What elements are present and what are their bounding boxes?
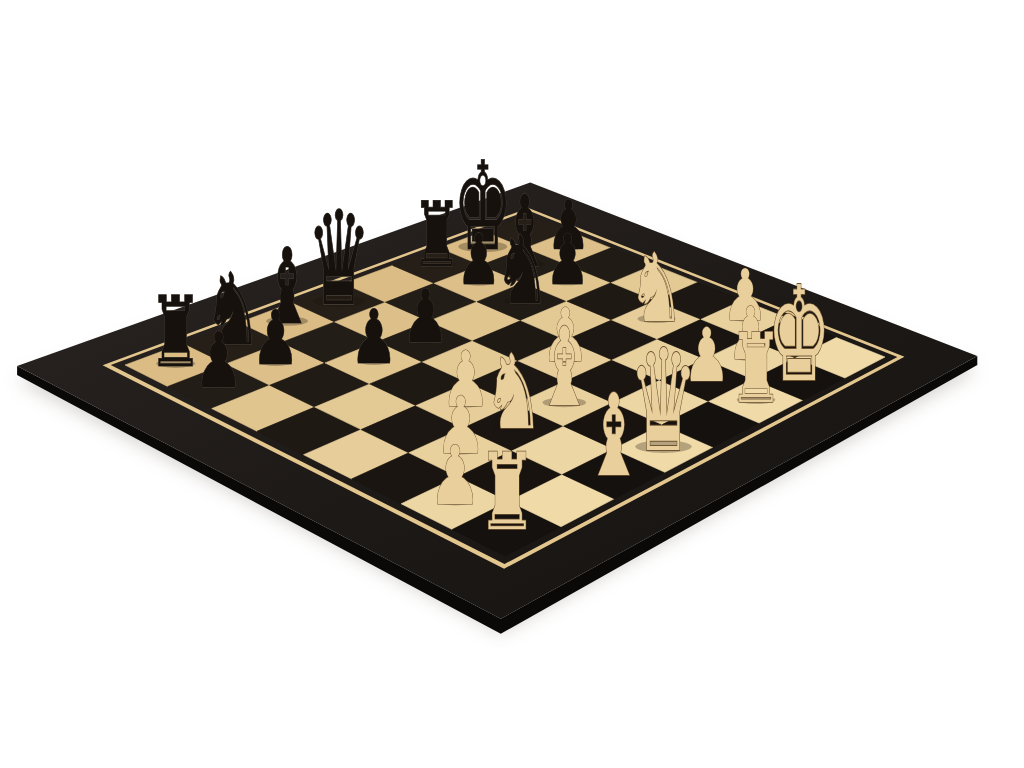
piece-white-pawn-a2: ♟ [429, 428, 482, 523]
piece-black-pawn-g6: ♟ [545, 218, 590, 299]
chessboard: ♜♞♝♛♜♚♟♟♟♝♟♟♟♞♟♟♟♞♟♞♝♟♟♟♟♜♝♛♜♚ [0, 0, 1024, 768]
photo-scene: ♜♞♝♛♜♚♟♟♟♝♟♟♟♞♟♟♟♞♟♞♝♟♟♟♟♜♝♛♜♚ [0, 0, 1024, 768]
piece-black-pawn-a7: ♟ [194, 316, 244, 406]
piece-white-king-g1: ♚ [767, 258, 831, 411]
piece-black-pawn-c6: ♟ [350, 293, 398, 380]
piece-black-pawn-b7: ♟ [251, 294, 300, 381]
piece-white-rook-a1: ♜ [477, 431, 536, 555]
piece-white-queen-d1: ♛ [629, 318, 698, 483]
